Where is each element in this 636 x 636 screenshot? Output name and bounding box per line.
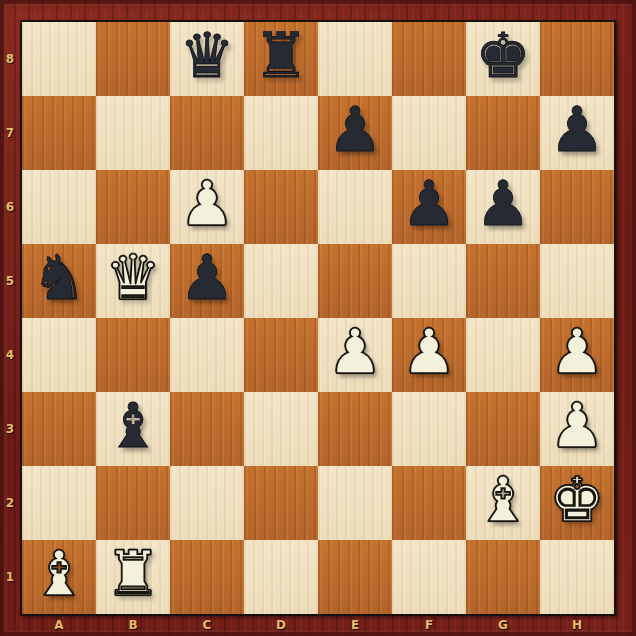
rank-label-7: 7 (0, 96, 20, 170)
piece-white-pawn-c6[interactable]: ♟ (179, 167, 235, 241)
piece-black-king-g8[interactable]: ♚ (475, 19, 531, 93)
square-f3[interactable] (392, 392, 466, 466)
square-f6[interactable]: ♟ (392, 170, 466, 244)
square-b7[interactable] (96, 96, 170, 170)
file-label-e: E (318, 614, 392, 636)
piece-black-pawn-h7[interactable]: ♟ (549, 93, 605, 167)
square-b8[interactable] (96, 22, 170, 96)
square-f5[interactable] (392, 244, 466, 318)
square-a4[interactable] (22, 318, 96, 392)
square-b6[interactable] (96, 170, 170, 244)
square-g5[interactable] (466, 244, 540, 318)
square-h8[interactable] (540, 22, 614, 96)
file-label-d: D (244, 614, 318, 636)
square-d6[interactable] (244, 170, 318, 244)
chess-board: ♛♜♚♟♟♟♟♟♞♛♟♟♟♟♝♟♝♚♝♜ (22, 22, 614, 614)
square-b3[interactable]: ♝ (96, 392, 170, 466)
square-d5[interactable] (244, 244, 318, 318)
chess-board-frame: 87654321 ABCDEFGH ♛♜♚♟♟♟♟♟♞♛♟♟♟♟♝♟♝♚♝♜ (0, 0, 636, 636)
square-e3[interactable] (318, 392, 392, 466)
piece-white-pawn-e4[interactable]: ♟ (327, 315, 383, 389)
file-label-a: A (22, 614, 96, 636)
rank-label-4: 4 (0, 318, 20, 392)
square-g8[interactable]: ♚ (466, 22, 540, 96)
square-h1[interactable] (540, 540, 614, 614)
square-c6[interactable]: ♟ (170, 170, 244, 244)
square-e5[interactable] (318, 244, 392, 318)
piece-white-rook-b1[interactable]: ♜ (105, 537, 161, 611)
square-c1[interactable] (170, 540, 244, 614)
piece-black-pawn-c5[interactable]: ♟ (179, 241, 235, 315)
square-c4[interactable] (170, 318, 244, 392)
piece-black-bishop-b3[interactable]: ♝ (105, 389, 161, 463)
piece-white-bishop-g2[interactable]: ♝ (475, 463, 531, 537)
square-g4[interactable] (466, 318, 540, 392)
square-d4[interactable] (244, 318, 318, 392)
square-b1[interactable]: ♜ (96, 540, 170, 614)
square-a8[interactable] (22, 22, 96, 96)
square-d8[interactable]: ♜ (244, 22, 318, 96)
piece-black-knight-a5[interactable]: ♞ (31, 241, 87, 315)
square-c8[interactable]: ♛ (170, 22, 244, 96)
square-g7[interactable] (466, 96, 540, 170)
square-a5[interactable]: ♞ (22, 244, 96, 318)
file-label-g: G (466, 614, 540, 636)
file-labels: ABCDEFGH (22, 614, 614, 636)
piece-black-rook-d8[interactable]: ♜ (253, 19, 309, 93)
square-h2[interactable]: ♚ (540, 466, 614, 540)
square-f1[interactable] (392, 540, 466, 614)
piece-white-king-h2[interactable]: ♚ (549, 463, 605, 537)
square-c7[interactable] (170, 96, 244, 170)
square-d2[interactable] (244, 466, 318, 540)
square-a1[interactable]: ♝ (22, 540, 96, 614)
square-g3[interactable] (466, 392, 540, 466)
square-e6[interactable] (318, 170, 392, 244)
square-c5[interactable]: ♟ (170, 244, 244, 318)
file-label-b: B (96, 614, 170, 636)
square-h4[interactable]: ♟ (540, 318, 614, 392)
piece-white-bishop-a1[interactable]: ♝ (31, 537, 87, 611)
rank-label-1: 1 (0, 540, 20, 614)
square-a3[interactable] (22, 392, 96, 466)
square-f4[interactable]: ♟ (392, 318, 466, 392)
piece-white-pawn-h4[interactable]: ♟ (549, 315, 605, 389)
piece-black-pawn-g6[interactable]: ♟ (475, 167, 531, 241)
square-f2[interactable] (392, 466, 466, 540)
file-label-f: F (392, 614, 466, 636)
square-h6[interactable] (540, 170, 614, 244)
file-label-c: C (170, 614, 244, 636)
square-h5[interactable] (540, 244, 614, 318)
square-c2[interactable] (170, 466, 244, 540)
square-h3[interactable]: ♟ (540, 392, 614, 466)
square-g6[interactable]: ♟ (466, 170, 540, 244)
square-f8[interactable] (392, 22, 466, 96)
square-c3[interactable] (170, 392, 244, 466)
piece-white-queen-b5[interactable]: ♛ (105, 241, 161, 315)
rank-label-3: 3 (0, 392, 20, 466)
square-e2[interactable] (318, 466, 392, 540)
square-f7[interactable] (392, 96, 466, 170)
square-a2[interactable] (22, 466, 96, 540)
square-b4[interactable] (96, 318, 170, 392)
square-b5[interactable]: ♛ (96, 244, 170, 318)
square-a7[interactable] (22, 96, 96, 170)
piece-black-queen-c8[interactable]: ♛ (179, 19, 235, 93)
piece-black-pawn-e7[interactable]: ♟ (327, 93, 383, 167)
rank-label-8: 8 (0, 22, 20, 96)
rank-label-2: 2 (0, 466, 20, 540)
piece-white-pawn-f4[interactable]: ♟ (401, 315, 457, 389)
rank-label-5: 5 (0, 244, 20, 318)
piece-black-pawn-f6[interactable]: ♟ (401, 167, 457, 241)
rank-label-6: 6 (0, 170, 20, 244)
square-b2[interactable] (96, 466, 170, 540)
square-e7[interactable]: ♟ (318, 96, 392, 170)
square-a6[interactable] (22, 170, 96, 244)
square-d3[interactable] (244, 392, 318, 466)
square-h7[interactable]: ♟ (540, 96, 614, 170)
piece-white-pawn-h3[interactable]: ♟ (549, 389, 605, 463)
file-label-h: H (540, 614, 614, 636)
square-e8[interactable] (318, 22, 392, 96)
square-e4[interactable]: ♟ (318, 318, 392, 392)
board-border: ♛♜♚♟♟♟♟♟♞♛♟♟♟♟♝♟♝♚♝♜ (20, 20, 616, 616)
square-d7[interactable] (244, 96, 318, 170)
square-d1[interactable] (244, 540, 318, 614)
square-e1[interactable] (318, 540, 392, 614)
square-g2[interactable]: ♝ (466, 466, 540, 540)
rank-labels: 87654321 (0, 22, 20, 614)
square-g1[interactable] (466, 540, 540, 614)
